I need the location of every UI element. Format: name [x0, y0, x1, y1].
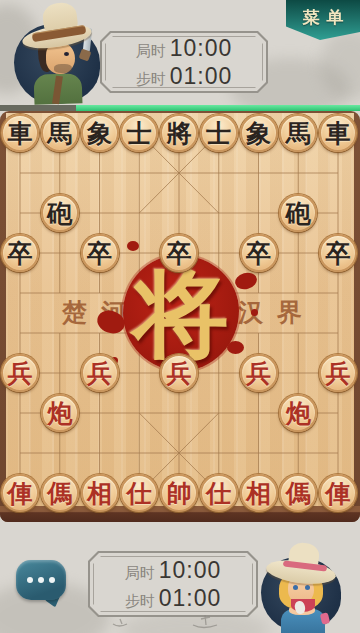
piece-character: 兵	[8, 361, 33, 386]
piece-士-black[interactable]: 士	[120, 114, 158, 152]
piece-character: 象	[87, 121, 112, 146]
piece-卒-black[interactable]: 卒	[240, 234, 278, 272]
piece-character: 士	[206, 121, 231, 146]
piece-character: 馬	[47, 121, 72, 146]
chat-bubble-icon	[16, 560, 66, 600]
piece-character: 相	[87, 481, 112, 506]
piece-character: 相	[246, 481, 271, 506]
piece-兵-red[interactable]: 兵	[160, 354, 198, 392]
xiangqi-game-screen: 局时 10:00 步时 01:00 菜单 楚河 汉界	[0, 0, 360, 633]
piece-仕-red[interactable]: 仕	[200, 474, 238, 512]
piece-character: 車	[8, 121, 33, 146]
piece-象-black[interactable]: 象	[240, 114, 278, 152]
bottom-player-avatar[interactable]	[253, 541, 347, 633]
menu-button-label: 菜单	[296, 6, 351, 29]
move-time-value: 01:00	[159, 584, 222, 613]
chat-button[interactable]	[16, 560, 66, 600]
piece-卒-black[interactable]: 卒	[319, 234, 357, 272]
game-time-value: 10:00	[170, 34, 233, 63]
piece-character: 卒	[326, 241, 351, 266]
cowboy-eye	[64, 52, 69, 56]
piece-砲-black[interactable]: 砲	[41, 194, 79, 232]
piece-character: 俥	[326, 481, 351, 506]
ink-boats-decoration	[95, 610, 245, 632]
bottom-timer-panel: 局时 10:00 步时 01:00	[88, 551, 258, 617]
piece-character: 傌	[286, 481, 311, 506]
piece-character: 馬	[286, 121, 311, 146]
piece-character: 炮	[47, 401, 72, 426]
piece-車-black[interactable]: 車	[1, 114, 39, 152]
move-time-label: 步时	[136, 64, 166, 93]
piece-炮-red[interactable]: 炮	[279, 394, 317, 432]
piece-將-black[interactable]: 將	[160, 114, 198, 152]
cowgirl-eye	[305, 585, 310, 590]
piece-兵-red[interactable]: 兵	[319, 354, 357, 392]
piece-車-black[interactable]: 車	[319, 114, 357, 152]
piece-馬-black[interactable]: 馬	[279, 114, 317, 152]
top-player-avatar[interactable]	[10, 2, 106, 104]
piece-character: 兵	[326, 361, 351, 386]
piece-character: 仕	[206, 481, 231, 506]
piece-俥-red[interactable]: 俥	[319, 474, 357, 512]
piece-相-red[interactable]: 相	[81, 474, 119, 512]
piece-馬-black[interactable]: 馬	[41, 114, 79, 152]
river-label-left: 楚河	[62, 296, 140, 329]
piece-character: 砲	[47, 201, 72, 226]
game-time-label: 局时	[125, 558, 155, 587]
piece-character: 士	[127, 121, 152, 146]
xiangqi-board[interactable]: 楚河 汉界 将 車馬象士將士象馬車砲砲卒卒卒卒卒兵兵兵兵兵炮炮俥傌相仕帥仕相傌俥	[6, 113, 354, 506]
piece-仕-red[interactable]: 仕	[120, 474, 158, 512]
game-time-value: 10:00	[159, 556, 222, 585]
piece-傌-red[interactable]: 傌	[41, 474, 79, 512]
xiangqi-board-frame: 楚河 汉界 将 車馬象士將士象馬車砲砲卒卒卒卒卒兵兵兵兵兵炮炮俥傌相仕帥仕相傌俥	[0, 111, 360, 522]
piece-傌-red[interactable]: 傌	[279, 474, 317, 512]
piece-象-black[interactable]: 象	[81, 114, 119, 152]
piece-character: 仕	[127, 481, 152, 506]
piece-炮-red[interactable]: 炮	[41, 394, 79, 432]
piece-兵-red[interactable]: 兵	[240, 354, 278, 392]
piece-士-black[interactable]: 士	[200, 114, 238, 152]
piece-砲-black[interactable]: 砲	[279, 194, 317, 232]
piece-character: 兵	[167, 361, 192, 386]
piece-卒-black[interactable]: 卒	[160, 234, 198, 272]
cowgirl-eye	[293, 585, 298, 590]
piece-character: 卒	[246, 241, 271, 266]
piece-character: 兵	[87, 361, 112, 386]
piece-卒-black[interactable]: 卒	[1, 234, 39, 272]
piece-兵-red[interactable]: 兵	[81, 354, 119, 392]
piece-俥-red[interactable]: 俥	[1, 474, 39, 512]
game-time-label: 局时	[136, 36, 166, 65]
piece-character: 卒	[8, 241, 33, 266]
river-label-right: 汉界	[238, 296, 316, 329]
piece-帥-red[interactable]: 帥	[160, 474, 198, 512]
piece-character: 炮	[286, 401, 311, 426]
piece-character: 傌	[47, 481, 72, 506]
piece-character: 帥	[167, 481, 192, 506]
piece-character: 兵	[246, 361, 271, 386]
top-timer-panel: 局时 10:00 步时 01:00	[100, 31, 268, 93]
cowboy-stubble	[54, 64, 72, 73]
piece-character: 俥	[8, 481, 33, 506]
piece-卒-black[interactable]: 卒	[81, 234, 119, 272]
piece-character: 卒	[87, 241, 112, 266]
piece-character: 車	[326, 121, 351, 146]
piece-相-red[interactable]: 相	[240, 474, 278, 512]
piece-兵-red[interactable]: 兵	[1, 354, 39, 392]
piece-character: 將	[167, 121, 192, 146]
piece-character: 象	[246, 121, 271, 146]
piece-character: 砲	[286, 201, 311, 226]
move-time-value: 01:00	[170, 62, 233, 91]
piece-character: 卒	[167, 241, 192, 266]
